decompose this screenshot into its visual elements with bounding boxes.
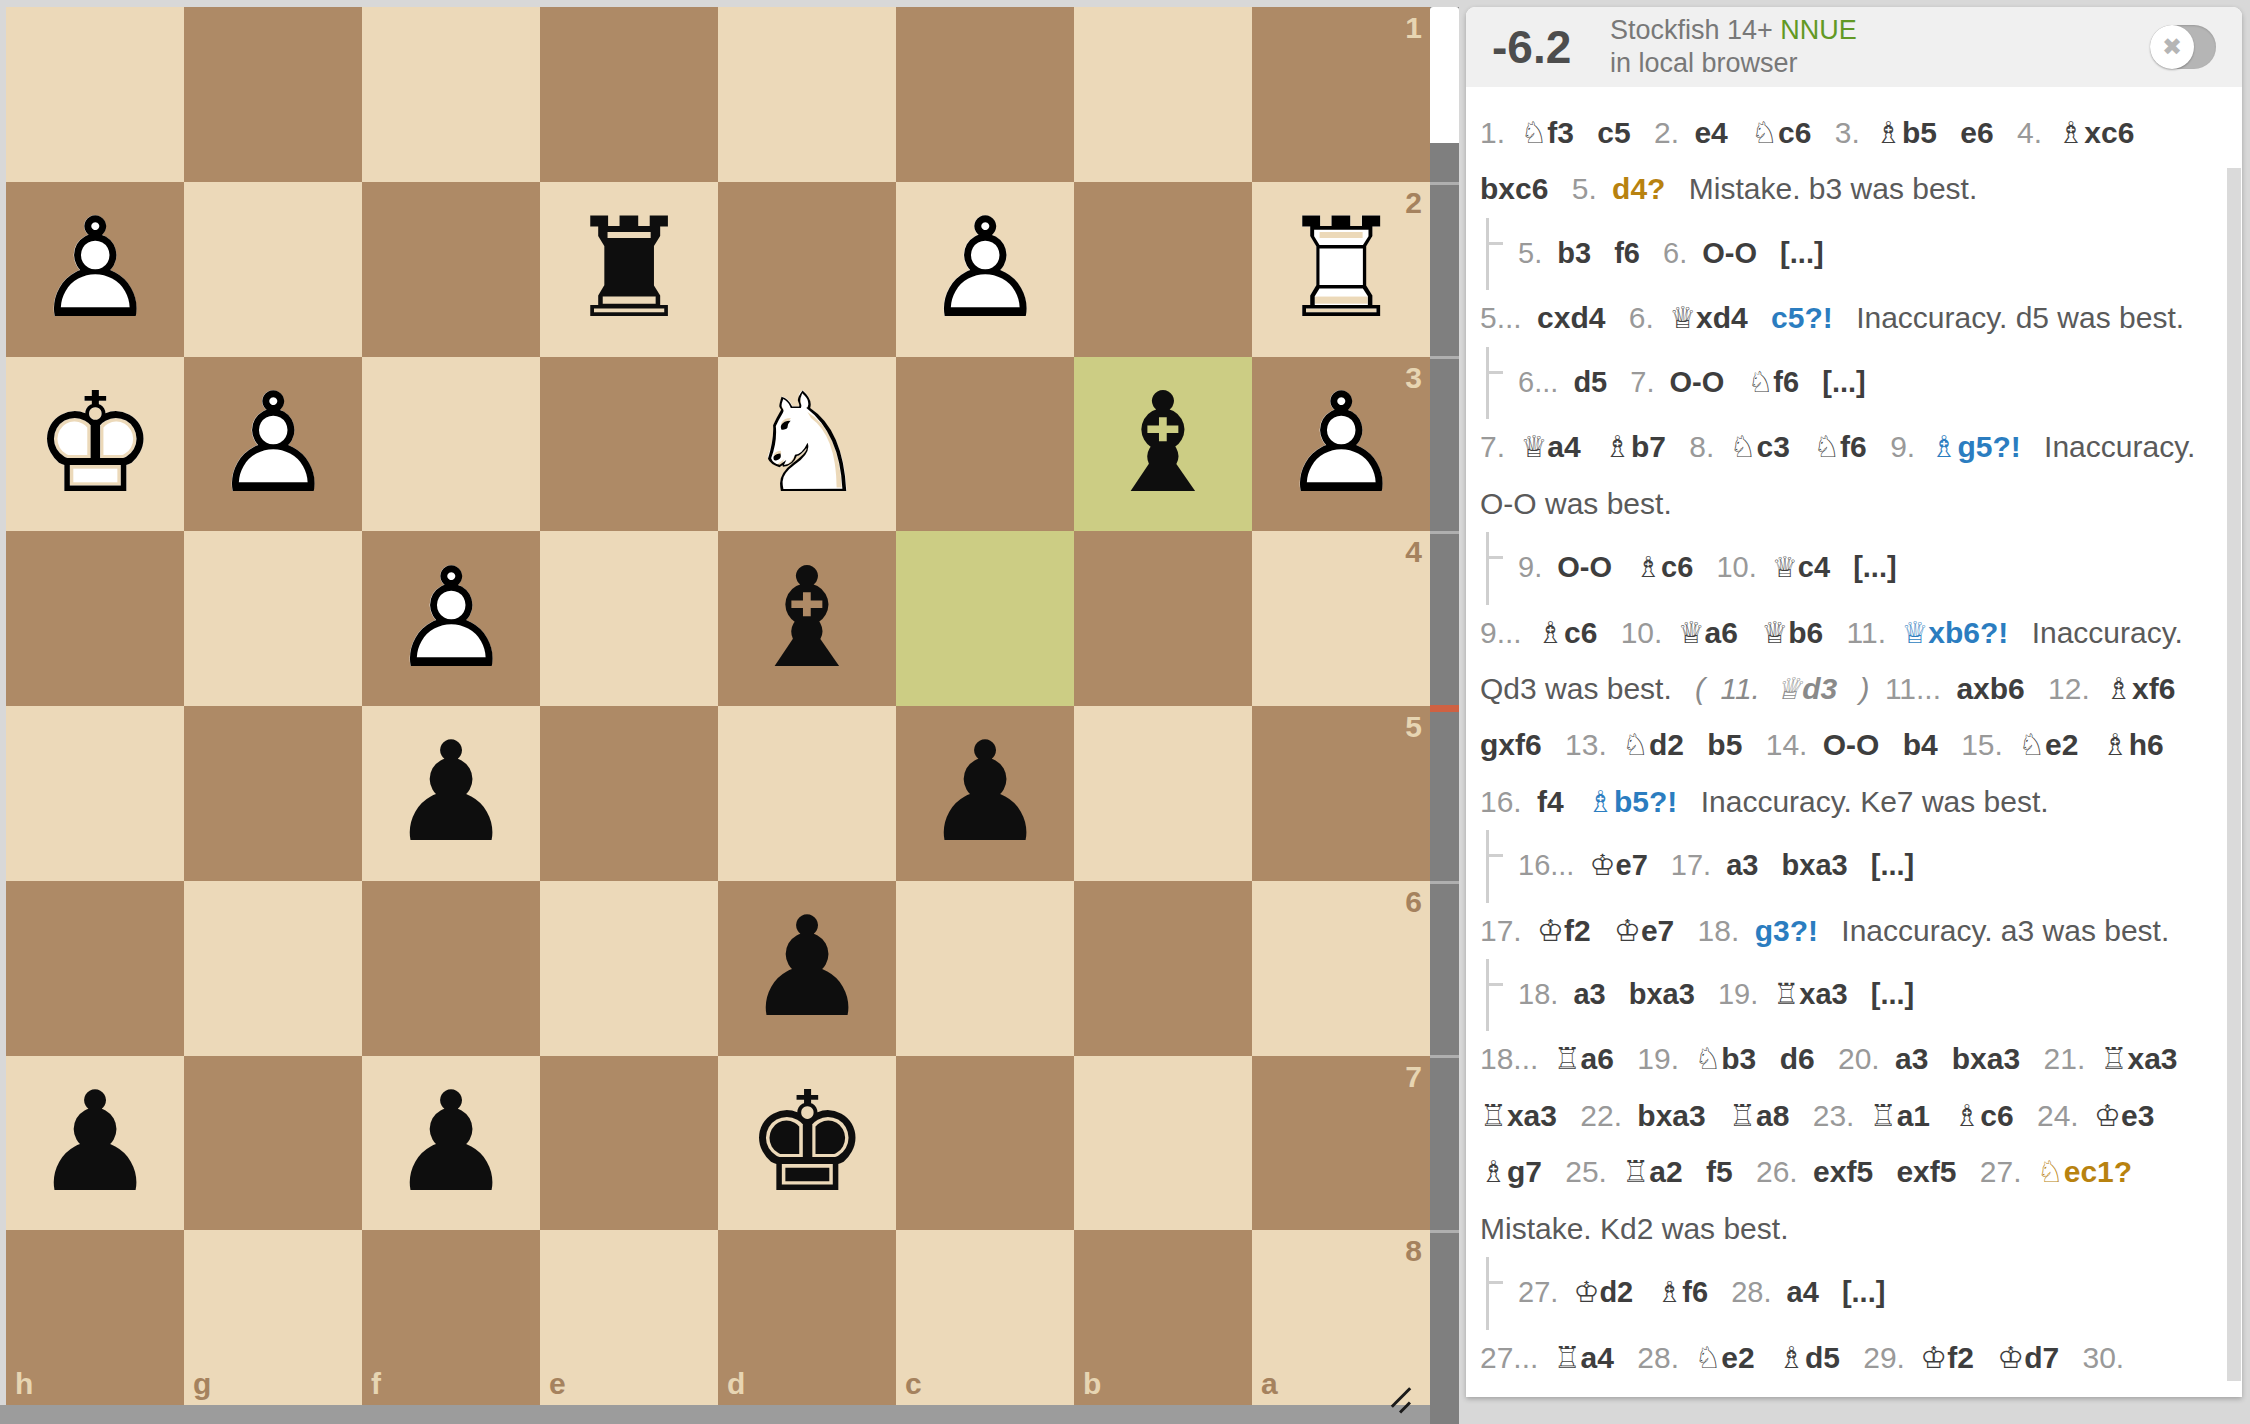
move[interactable]: ♗b5 (1875, 105, 1937, 161)
variation-line: 16... ♔e7 17. a3 bxa3 [...] (1486, 838, 2202, 893)
scrollbar-thumb[interactable] (2227, 168, 2241, 1381)
move-number: 9. (1518, 551, 1542, 583)
move-number: 27. (1980, 1155, 2022, 1188)
piece-outline-glyph: ♖ (1252, 182, 1430, 357)
square-f5[interactable]: ♟ (362, 706, 540, 881)
engine-badge-nnue: NNUE (1780, 15, 1857, 45)
variation-paren: ( (1695, 672, 1705, 705)
gauge-tick (1430, 1230, 1459, 1233)
move[interactable]: ♖e4+ (1564, 1386, 1642, 1397)
coord-rank-5: 5 (1405, 712, 1422, 742)
move-list[interactable]: 1. ♘f3 c5 2. e4 ♘c6 3. ♗b5 e6 4. ♗xc6 bx… (1466, 87, 2226, 1397)
piece-outline-glyph: ♙ (184, 357, 362, 532)
move-number: 6... (1518, 366, 1558, 398)
move[interactable]: ♕xd4 (1669, 290, 1748, 346)
move[interactable]: ♗g7 (1480, 1144, 1542, 1200)
square-d3[interactable]: ♞♘ (718, 357, 896, 532)
mainline-paragraph: 27... ♖a4 28. ♘e2 ♗d5 29. ♔f2 ♔d7 30. ♔e… (1480, 1330, 2202, 1397)
piece-glyph: ♜ (540, 182, 718, 357)
move[interactable]: [...] (1822, 355, 1866, 410)
move[interactable]: ♘c3 (1730, 419, 1790, 475)
move-number: 24. (2037, 1099, 2079, 1132)
move[interactable]: ♘ec1 (1939, 1386, 2016, 1397)
square-b1[interactable] (1074, 7, 1252, 182)
move-number: 9... (1480, 616, 1522, 649)
move[interactable]: ♔f2 (1722, 1386, 1776, 1397)
coord-rank-8: 8 (1405, 1236, 1422, 1266)
mainline-paragraph: 18... ♖a6 19. ♘b3 d6 20. a3 bxa3 21. ♖xa… (1480, 1031, 2202, 1257)
coord-file-d: d (727, 1369, 745, 1399)
move[interactable]: O-O (1557, 540, 1612, 595)
move-number: 6. (1663, 237, 1687, 269)
move[interactable]: ♔e7 (1590, 838, 1648, 893)
move[interactable]: gxf6 (1480, 717, 1542, 773)
square-d5[interactable] (718, 706, 896, 881)
gauge-tick (1430, 881, 1459, 884)
move[interactable]: ♗c6 (1953, 1088, 2013, 1144)
move-number: 18. (1518, 978, 1558, 1010)
variation-line: 6... d5 7. O-O ♘f6 [...] (1486, 355, 2202, 410)
move[interactable]: ♔d7 (1997, 1330, 2059, 1386)
move[interactable]: bxa3 (1629, 967, 1695, 1022)
coord-rank-1: 1 (1405, 13, 1422, 43)
square-e2[interactable]: ♜ (540, 182, 718, 357)
eval-gauge (1430, 7, 1459, 1424)
black-pawn-c5[interactable]: ♟ (896, 706, 1074, 881)
move[interactable]: ♘f6 (1813, 419, 1867, 475)
move[interactable]: O-O (1702, 226, 1757, 281)
move[interactable]: ♖a6 (1554, 1031, 1614, 1087)
square-g5[interactable] (184, 706, 362, 881)
move[interactable]: ♗xc6 (2057, 105, 2134, 161)
engine-toggle[interactable]: ✖ (2150, 25, 2216, 69)
move-number: 20. (1838, 1042, 1880, 1075)
square-b8[interactable]: b (1074, 1230, 1252, 1405)
move[interactable]: [...] (1842, 1265, 1886, 1320)
square-c5[interactable]: ♟ (896, 706, 1074, 881)
variation-move-number: 11. (1720, 672, 1759, 705)
square-a3[interactable]: 3♟♙ (1252, 357, 1430, 532)
move-number: 18... (1480, 1042, 1538, 1075)
move-number: 17. (1480, 914, 1522, 947)
close-icon: ✖ (2162, 33, 2182, 61)
move[interactable]: ♕b6 (1761, 605, 1823, 661)
move[interactable]: ♖xa3 (1773, 967, 1847, 1022)
move[interactable]: ♖a8 (1729, 1088, 1789, 1144)
move[interactable]: [...] (1871, 838, 1915, 893)
piece-glyph: ♚ (718, 1056, 896, 1231)
move[interactable]: a3 (1573, 967, 1605, 1022)
square-d1[interactable] (718, 7, 896, 182)
piece-outline-glyph: ♙ (6, 182, 184, 357)
move[interactable]: ♖a1 (1870, 1088, 1930, 1144)
move[interactable]: bxa3 (1782, 838, 1848, 893)
square-f7[interactable]: ♟ (362, 1056, 540, 1231)
white-pawn-h2[interactable]: ♟♙ (6, 182, 184, 357)
move[interactable]: ♗c6 (1537, 605, 1597, 661)
move[interactable]: bxa3 (1637, 1088, 1705, 1144)
coord-file-e: e (549, 1369, 566, 1399)
mainline-paragraph: 1. ♘f3 c5 2. e4 ♘c6 3. ♗b5 e6 4. ♗xc6 bx… (1480, 105, 2202, 218)
piece-outline-glyph: ♔ (6, 357, 184, 532)
variation-paren: ) (1860, 672, 1870, 705)
square-h8[interactable]: h (6, 1230, 184, 1405)
move-number: 10. (1716, 551, 1756, 583)
engine-header: -6.2 Stockfish 14+ NNUE in local browser… (1466, 7, 2242, 87)
move[interactable]: axb6 (1956, 661, 2024, 717)
coord-file-h: h (15, 1369, 33, 1399)
move[interactable]: ♔e7 (1614, 903, 1674, 959)
move[interactable]: ♗h6 (2102, 717, 2164, 773)
coord-file-b: b (1083, 1369, 1101, 1399)
gauge-tick (1430, 1055, 1459, 1058)
variation-line: 18. a3 bxa3 19. ♖xa3 [...] (1486, 967, 2202, 1022)
square-d4[interactable]: ♝ (718, 531, 896, 706)
move[interactable]: ♘d2 (1622, 717, 1684, 773)
coord-file-a: a (1261, 1369, 1278, 1399)
square-g2[interactable] (184, 182, 362, 357)
square-g6[interactable] (184, 881, 362, 1056)
move[interactable]: a4 (1787, 1265, 1819, 1320)
square-f1[interactable] (362, 7, 540, 182)
move[interactable]: ♗f6 (1656, 1265, 1708, 1320)
square-g7[interactable] (184, 1056, 362, 1231)
white-king-h3[interactable]: ♚♔ (6, 357, 184, 532)
move[interactable]: ♘f6 (1747, 355, 1799, 410)
square-b6[interactable] (1074, 881, 1252, 1056)
move[interactable]: ♘f3 (1520, 105, 1574, 161)
move-number: 22. (1580, 1099, 1622, 1132)
square-g1[interactable] (184, 7, 362, 182)
square-b2[interactable] (1074, 182, 1252, 357)
move[interactable]: c5 (1597, 105, 1630, 161)
move-number: 9. (1890, 430, 1915, 463)
square-c4[interactable] (896, 531, 1074, 706)
white-pawn-g3[interactable]: ♟♙ (184, 357, 362, 532)
move-number: 21. (2044, 1042, 2086, 1075)
move-number: 13. (1565, 728, 1607, 761)
square-f6[interactable] (362, 881, 540, 1056)
move[interactable]: ♗d4+ (2040, 1386, 2119, 1397)
move-number: 19. (1637, 1042, 1679, 1075)
move-mistake[interactable]: d4? (1612, 161, 1665, 217)
square-h1[interactable] (6, 7, 184, 182)
move[interactable]: cxd4 (1537, 290, 1605, 346)
black-king-d7[interactable]: ♚ (718, 1056, 896, 1231)
move[interactable]: exf5 (1896, 1144, 1956, 1200)
move[interactable]: e6 (1960, 105, 1993, 161)
move-inaccuracy[interactable]: c5?! (1771, 290, 1833, 346)
move-number: 5. (1518, 237, 1542, 269)
move[interactable]: ♘c6 (1751, 105, 1811, 161)
move[interactable]: ♗c6 (1635, 540, 1693, 595)
square-h7[interactable]: ♟ (6, 1056, 184, 1231)
move[interactable]: [...] (1853, 540, 1897, 595)
piece-glyph: ♟ (718, 881, 896, 1056)
move[interactable]: d5 (1573, 355, 1607, 410)
move[interactable]: ♖xa3 (2101, 1031, 2178, 1087)
square-f3[interactable] (362, 357, 540, 532)
move[interactable]: b3 (1557, 226, 1591, 281)
move-inaccuracy[interactable]: ♕xb6?! (1901, 605, 2008, 661)
black-rook-e2[interactable]: ♜ (540, 182, 718, 357)
eval-score: -6.2 (1466, 20, 1610, 74)
black-pawn-f5[interactable]: ♟ (362, 706, 540, 881)
square-c1[interactable] (896, 7, 1074, 182)
engine-name: Stockfish 14+ (1610, 15, 1773, 45)
move[interactable]: b5 (1707, 717, 1742, 773)
mainline-paragraph: 7. ♕a4 ♗b7 8. ♘c3 ♘f6 9. ♗g5?! Inaccurac… (1480, 419, 2202, 532)
move-number: 5. (1572, 172, 1597, 205)
square-a2[interactable]: 2♜♖ (1252, 182, 1430, 357)
move[interactable]: a3 (1895, 1031, 1928, 1087)
square-g8[interactable]: g (184, 1230, 362, 1405)
move[interactable]: ♗c4 (1799, 1386, 1859, 1397)
move[interactable]: ♖a2 (1622, 1144, 1682, 1200)
chess-board[interactable]: 1♟♙♜♟♙2♜♖♚♔♟♙♞♘♝3♟♙♟♙♝4♟♟5♟6♟♟♚7hgfedcb8… (6, 7, 1430, 1405)
move-number: 8. (1689, 430, 1714, 463)
move-number: 30. (2082, 1341, 2124, 1374)
white-pawn-a3[interactable]: ♟♙ (1252, 357, 1430, 532)
move[interactable]: [...] (1871, 967, 1915, 1022)
move-number: 5... (1480, 301, 1522, 334)
square-b4[interactable] (1074, 531, 1252, 706)
square-a8[interactable]: 8a (1252, 1230, 1430, 1405)
piece-outline-glyph: ♙ (362, 531, 540, 706)
square-h4[interactable] (6, 531, 184, 706)
move[interactable]: [...] (1780, 226, 1824, 281)
move[interactable]: d6 (1780, 1031, 1815, 1087)
black-pawn-f7[interactable]: ♟ (362, 1056, 540, 1231)
move[interactable]: ♔d2 (1573, 1265, 1633, 1320)
move-number: 27. (1518, 1276, 1558, 1308)
square-c8[interactable]: c (896, 1230, 1074, 1405)
square-d8[interactable]: d (718, 1230, 896, 1405)
square-h5[interactable] (6, 706, 184, 881)
piece-glyph: ♝ (718, 531, 896, 706)
move[interactable]: ♕a4 (1520, 419, 1580, 475)
square-e7[interactable] (540, 1056, 718, 1231)
square-b5[interactable] (1074, 706, 1252, 881)
gauge-tick (1430, 356, 1459, 359)
square-a5[interactable]: 5 (1252, 706, 1430, 881)
move[interactable]: ♕a6 (1678, 605, 1738, 661)
square-c7[interactable] (896, 1056, 1074, 1231)
move-number: 11... (1885, 672, 1941, 705)
square-a7[interactable]: 7 (1252, 1056, 1430, 1231)
move-number: 15. (1961, 728, 2003, 761)
move-number: 29. (1863, 1341, 1905, 1374)
square-e3[interactable] (540, 357, 718, 532)
white-pawn-c2[interactable]: ♟♙ (896, 182, 1074, 357)
move-number: 1. (1480, 116, 1505, 149)
white-pawn-f4[interactable]: ♟♙ (362, 531, 540, 706)
move[interactable]: f5 (1706, 1144, 1733, 1200)
square-a1[interactable]: 1 (1252, 7, 1430, 182)
move-number: 16... (1518, 849, 1574, 881)
scrollbar-track[interactable] (2226, 87, 2242, 1397)
move-number: 19. (1718, 978, 1758, 1010)
square-g3[interactable]: ♟♙ (184, 357, 362, 532)
annotation-comment: Mistake. b3 was best. (1689, 172, 1977, 205)
move[interactable]: ♘e2 (1694, 1330, 1754, 1386)
square-e8[interactable]: e (540, 1230, 718, 1405)
black-pawn-d6[interactable]: ♟ (718, 881, 896, 1056)
move[interactable]: bxa3 (1952, 1031, 2020, 1087)
move[interactable]: ♔f2 (1537, 903, 1591, 959)
square-e5[interactable] (540, 706, 718, 881)
square-a6[interactable]: 6 (1252, 881, 1430, 1056)
coord-file-g: g (193, 1369, 211, 1399)
square-c2[interactable]: ♟♙ (896, 182, 1074, 357)
square-f4[interactable]: ♟♙ (362, 531, 540, 706)
white-rook-a2[interactable]: ♜♖ (1252, 182, 1430, 357)
square-f2[interactable] (362, 182, 540, 357)
gauge-tick (1430, 182, 1459, 185)
below-board-strip (0, 1405, 1430, 1424)
piece-glyph: ♟ (6, 1056, 184, 1231)
piece-outline-glyph: ♘ (718, 357, 896, 532)
piece-outline-glyph: ♙ (896, 182, 1074, 357)
square-b7[interactable] (1074, 1056, 1252, 1231)
mainline-paragraph: 17. ♔f2 ♔e7 18. g3?! Inaccuracy. a3 was … (1480, 903, 2202, 959)
analysis-panel: -6.2 Stockfish 14+ NNUE in local browser… (1466, 7, 2242, 1397)
mainline-paragraph: 9... ♗c6 10. ♕a6 ♕b6 11. ♕xb6?! Inaccura… (1480, 605, 2202, 831)
square-c6[interactable] (896, 881, 1074, 1056)
square-e1[interactable] (540, 7, 718, 182)
move-number: 26. (1756, 1155, 1798, 1188)
move-number: 7. (1480, 430, 1505, 463)
move[interactable]: bxc6 (1480, 161, 1548, 217)
move[interactable]: O-O (1823, 717, 1880, 773)
eval-gauge-white-share (1430, 7, 1459, 143)
square-e6[interactable] (540, 881, 718, 1056)
square-d2[interactable] (718, 182, 896, 357)
move-number: 16. (1480, 785, 1522, 818)
square-d7[interactable]: ♚ (718, 1056, 896, 1231)
piece-glyph: ♟ (362, 706, 540, 881)
piece-glyph: ♝ (1074, 357, 1252, 532)
square-h6[interactable] (6, 881, 184, 1056)
move[interactable]: f6 (1614, 226, 1640, 281)
move[interactable]: a3 (1726, 838, 1758, 893)
square-h3[interactable]: ♚♔ (6, 357, 184, 532)
black-bishop-b3[interactable]: ♝ (1074, 357, 1252, 532)
engine-toggle-knob[interactable]: ✖ (2150, 25, 2194, 69)
square-b3[interactable]: ♝ (1074, 357, 1252, 532)
move-number: 28. (1731, 1276, 1771, 1308)
move-number: 27... (1480, 1341, 1538, 1374)
move[interactable]: ♘e2 (2018, 717, 2078, 773)
square-f8[interactable]: f (362, 1230, 540, 1405)
move[interactable]: ♗xf6 (2105, 661, 2175, 717)
piece-glyph: ♟ (896, 706, 1074, 881)
coord-file-f: f (371, 1369, 381, 1399)
move[interactable]: ♘b3 (1694, 1031, 1756, 1087)
move-number: 2. (1654, 116, 1679, 149)
variation-line: 27. ♔d2 ♗f6 28. a4 [...] (1486, 1265, 2202, 1320)
move[interactable]: f4 (1537, 774, 1564, 830)
move[interactable]: ♔e3 (1480, 1386, 1540, 1397)
move-number: 6. (1629, 301, 1654, 334)
move-number: 18. (1698, 914, 1740, 947)
move[interactable]: b4 (1903, 717, 1938, 773)
variation-move[interactable]: ♕d3 (1775, 672, 1837, 705)
engine-info: Stockfish 14+ NNUE in local browser (1610, 14, 1857, 80)
square-g4[interactable] (184, 531, 362, 706)
move[interactable]: ♔f2 (1920, 1330, 1974, 1386)
square-d6[interactable]: ♟ (718, 881, 896, 1056)
move[interactable]: exf5 (1813, 1144, 1873, 1200)
mainline-paragraph: 5... cxd4 6. ♕xd4 c5?! Inaccuracy. d5 wa… (1480, 290, 2202, 346)
coord-file-c: c (905, 1369, 922, 1399)
move-number: 11. (1847, 616, 1886, 649)
move-number: 25. (1565, 1155, 1607, 1188)
move-number: 7. (1630, 366, 1654, 398)
move-number: 28. (1637, 1341, 1679, 1374)
move-number: 10. (1621, 616, 1663, 649)
square-e4[interactable] (540, 531, 718, 706)
move-inaccuracy[interactable]: g3?! (1755, 903, 1818, 959)
move-number: 23. (1813, 1099, 1855, 1132)
move[interactable]: ♖a4 (1554, 1330, 1614, 1386)
move[interactable]: e4 (1694, 105, 1727, 161)
piece-glyph: ♟ (362, 1056, 540, 1231)
move[interactable]: ♕c4 (1772, 540, 1830, 595)
black-bishop-d4[interactable]: ♝ (718, 531, 896, 706)
annotation-comment: Mistake. Kd2 was best. (1480, 1212, 1788, 1245)
move-number: 4. (2017, 116, 2042, 149)
move[interactable]: ♖xa3 (1480, 1088, 1557, 1144)
gauge-zero-tick (1430, 705, 1459, 712)
move-inaccuracy[interactable]: ♗g5?! (1931, 419, 2021, 475)
black-pawn-h7[interactable]: ♟ (6, 1056, 184, 1231)
move-mistake[interactable]: ♘ec1? (2037, 1144, 2132, 1200)
move[interactable]: O-O (1670, 355, 1725, 410)
white-knight-d3[interactable]: ♞♘ (718, 357, 896, 532)
board-resize-handle[interactable] (1384, 1384, 1418, 1418)
move-number: 14. (1766, 728, 1808, 761)
variation-line: 5. b3 f6 6. O-O [...] (1486, 226, 2202, 281)
square-c3[interactable] (896, 357, 1074, 532)
annotation-comment: Inaccuracy. d5 was best. (1856, 301, 2184, 334)
annotation-comment: Inaccuracy. a3 was best. (1841, 914, 2169, 947)
square-h2[interactable]: ♟♙ (6, 182, 184, 357)
move[interactable]: ♗d5 (1778, 1330, 1840, 1386)
move[interactable]: ♗b7 (1604, 419, 1666, 475)
move[interactable]: ♔e3 (2094, 1088, 2154, 1144)
move-number: 12. (2048, 672, 2090, 705)
variation-line: 9. O-O ♗c6 10. ♕c4 [...] (1486, 540, 2202, 595)
coord-rank-6: 6 (1405, 887, 1422, 917)
gauge-tick (1430, 531, 1459, 534)
engine-subtitle: in local browser (1610, 47, 1857, 80)
coord-rank-7: 7 (1405, 1062, 1422, 1092)
resize-line (1399, 1401, 1411, 1413)
coord-rank-4: 4 (1405, 537, 1422, 567)
move-number: 3. (1835, 116, 1860, 149)
annotation-comment: Inaccuracy. Ke7 was best. (1701, 785, 2049, 818)
move-inaccuracy[interactable]: ♗b5?! (1587, 774, 1677, 830)
square-a4[interactable]: 4 (1252, 531, 1430, 706)
piece-outline-glyph: ♙ (1252, 357, 1430, 532)
move-number: 17. (1671, 849, 1711, 881)
